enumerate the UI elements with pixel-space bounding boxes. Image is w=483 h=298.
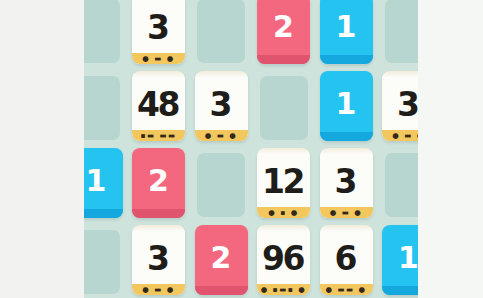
tile-value: 1	[336, 12, 357, 46]
tile-48[interactable]: 48▪▬ ▬▬	[132, 71, 185, 141]
tile-slot: 1	[382, 225, 418, 295]
tile-96[interactable]: 96● ▪▬▪ ●	[257, 225, 310, 295]
empty-cell	[84, 76, 120, 140]
tile-slot: 6● ▬▬ ●	[320, 225, 373, 295]
empty-slot	[195, 148, 248, 218]
tile-slot: 48▪▬ ▬▬	[132, 71, 185, 141]
tile-3[interactable]: 3● ▬ ●	[132, 0, 185, 64]
tile-base-edge	[382, 286, 418, 295]
tile-1[interactable]: 1	[84, 148, 123, 218]
tile-base-face: ● ▬▬ ●	[320, 284, 373, 295]
tile-base-edge	[84, 209, 123, 218]
tile-base-edge	[195, 286, 248, 295]
tile-slot: 3● ▬ ●	[320, 148, 373, 218]
tile-base-face: ● ▬ ●	[132, 284, 185, 295]
tile-value: 3	[397, 88, 418, 125]
tile-3[interactable]: 3● ▬ ●	[382, 71, 418, 141]
tile-base-edge	[320, 132, 373, 141]
tile-value: 48	[137, 88, 178, 125]
tile-slot: 2	[257, 0, 310, 64]
tile-value: 3	[335, 165, 358, 202]
tile-slot: 2	[132, 148, 185, 218]
tile-value: 2	[273, 12, 294, 46]
screenshot-stage: 3● ▬ ●2148▪▬ ▬▬3● ▬ ●13● ▬ ●1212● ▪ ●3● …	[0, 0, 483, 298]
tile-3[interactable]: 3● ▬ ●	[132, 225, 185, 295]
tile-slot: 3● ▬ ●	[382, 71, 418, 141]
tile-base-edge	[257, 55, 310, 64]
empty-cell	[385, 0, 419, 63]
tile-value: 96	[262, 242, 303, 279]
tile-value: 3	[147, 242, 170, 279]
tile-slot: 96● ▪▬▪ ●	[257, 225, 310, 295]
empty-slot	[257, 71, 310, 141]
tile-3[interactable]: 3● ▬ ●	[195, 71, 248, 141]
tile-1[interactable]: 1	[382, 225, 418, 295]
tile-base-face: ● ▪ ●	[257, 207, 310, 218]
right-margin	[418, 0, 483, 298]
empty-slot	[84, 225, 123, 295]
empty-cell	[260, 76, 308, 140]
tile-2[interactable]: 2	[132, 148, 185, 218]
tile-1[interactable]: 1	[320, 0, 373, 64]
tile-value: 12	[262, 165, 303, 202]
tile-slot: 1	[84, 148, 123, 218]
tile-base-face: ● ▬ ●	[132, 53, 185, 64]
tile-2[interactable]: 2	[195, 225, 248, 295]
empty-slot	[195, 0, 248, 64]
empty-cell	[197, 0, 245, 63]
tile-value: 2	[148, 166, 169, 200]
tile-value: 1	[336, 89, 357, 123]
tile-slot: 2	[195, 225, 248, 295]
tile-12[interactable]: 12● ▪ ●	[257, 148, 310, 218]
tile-1[interactable]: 1	[320, 71, 373, 141]
tile-slot: 3● ▬ ●	[132, 0, 185, 64]
tile-3[interactable]: 3● ▬ ●	[320, 148, 373, 218]
game-board[interactable]: 3● ▬ ●2148▪▬ ▬▬3● ▬ ●13● ▬ ●1212● ▪ ●3● …	[84, 0, 418, 298]
tile-6[interactable]: 6● ▬▬ ●	[320, 225, 373, 295]
tile-2[interactable]: 2	[257, 0, 310, 64]
tile-base-edge	[320, 55, 373, 64]
tile-slot: 1	[320, 71, 373, 141]
empty-slot	[84, 71, 123, 141]
empty-slot	[382, 148, 418, 218]
tile-value: 3	[147, 11, 170, 48]
tile-value: 6	[335, 242, 358, 279]
tile-slot: 1	[320, 0, 373, 64]
tile-base-face: ● ▪▬▪ ●	[257, 284, 310, 295]
empty-cell	[385, 153, 419, 217]
empty-cell	[84, 0, 120, 63]
empty-slot	[382, 0, 418, 64]
tile-slot: 3● ▬ ●	[132, 225, 185, 295]
tile-base-edge	[132, 209, 185, 218]
empty-cell	[197, 153, 245, 217]
left-margin	[0, 0, 84, 298]
tile-base-face: ● ▬ ●	[195, 130, 248, 141]
empty-cell	[84, 230, 120, 294]
tile-base-face: ▪▬ ▬▬	[132, 130, 185, 141]
board-grid: 3● ▬ ●2148▪▬ ▬▬3● ▬ ●13● ▬ ●1212● ▪ ●3● …	[84, 0, 418, 295]
tile-slot: 3● ▬ ●	[195, 71, 248, 141]
tile-base-face: ● ▬ ●	[382, 130, 418, 141]
empty-slot	[84, 0, 123, 64]
tile-value: 3	[210, 88, 233, 125]
tile-value: 1	[398, 243, 418, 277]
tile-value: 2	[211, 243, 232, 277]
tile-slot: 12● ▪ ●	[257, 148, 310, 218]
tile-value: 1	[86, 166, 107, 200]
tile-base-face: ● ▬ ●	[320, 207, 373, 218]
